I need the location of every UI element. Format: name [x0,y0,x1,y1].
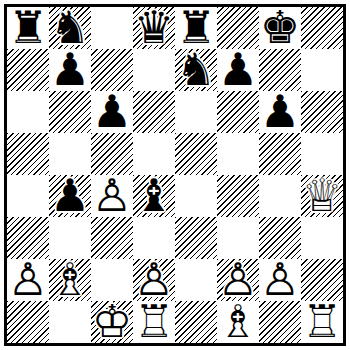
white-pawn-c4[interactable]: ♙ [92,175,132,217]
square-b6[interactable] [49,91,91,133]
white-rook-h1[interactable]: ♖ [302,301,342,343]
square-h3[interactable] [301,217,343,259]
square-c3[interactable] [91,217,133,259]
square-e4[interactable] [175,175,217,217]
black-pawn-c6[interactable]: ♟ [92,91,132,133]
square-c4[interactable]: ♙ [91,175,133,217]
square-h7[interactable] [301,49,343,91]
square-g5[interactable] [259,133,301,175]
white-pawn-g2[interactable]: ♙ [260,259,300,301]
square-d7[interactable] [133,49,175,91]
white-king-c1[interactable]: ♔ [92,301,132,343]
square-e1[interactable] [175,301,217,343]
square-f1[interactable]: ♗ [217,301,259,343]
square-f5[interactable] [217,133,259,175]
black-pawn-f7[interactable]: ♟ [218,49,258,91]
square-e5[interactable] [175,133,217,175]
square-e3[interactable] [175,217,217,259]
square-h8[interactable] [301,7,343,49]
square-d4[interactable]: ♝ [133,175,175,217]
chess-board: ♜♞♛♜♚♟♞♟♟♟♟♙♝♕♙♗♙♙♙♔♖♗♖ [7,7,343,343]
white-bishop-b2[interactable]: ♗ [50,259,90,301]
square-a1[interactable] [7,301,49,343]
square-d8[interactable]: ♛ [133,7,175,49]
square-e7[interactable]: ♞ [175,49,217,91]
white-bishop-f1[interactable]: ♗ [218,301,258,343]
square-b4[interactable]: ♟ [49,175,91,217]
square-h1[interactable]: ♖ [301,301,343,343]
square-g4[interactable] [259,175,301,217]
white-rook-d1[interactable]: ♖ [134,301,174,343]
square-d1[interactable]: ♖ [133,301,175,343]
black-king-g8[interactable]: ♚ [260,7,300,49]
square-f7[interactable]: ♟ [217,49,259,91]
square-a8[interactable]: ♜ [7,7,49,49]
chess-diagram: ♜♞♛♜♚♟♞♟♟♟♟♙♝♕♙♗♙♙♙♔♖♗♖ [4,4,346,346]
square-e6[interactable] [175,91,217,133]
square-b1[interactable] [49,301,91,343]
white-pawn-a2[interactable]: ♙ [8,259,48,301]
square-d6[interactable] [133,91,175,133]
square-g6[interactable]: ♟ [259,91,301,133]
square-g2[interactable]: ♙ [259,259,301,301]
black-knight-e7[interactable]: ♞ [176,49,216,91]
square-c1[interactable]: ♔ [91,301,133,343]
square-a6[interactable] [7,91,49,133]
square-a7[interactable] [7,49,49,91]
square-c8[interactable] [91,7,133,49]
black-pawn-b4[interactable]: ♟ [50,175,90,217]
square-f4[interactable] [217,175,259,217]
black-queen-d8[interactable]: ♛ [134,7,174,49]
square-a5[interactable] [7,133,49,175]
square-a2[interactable]: ♙ [7,259,49,301]
square-c6[interactable]: ♟ [91,91,133,133]
square-e2[interactable] [175,259,217,301]
black-pawn-g6[interactable]: ♟ [260,91,300,133]
black-bishop-d4[interactable]: ♝ [134,175,174,217]
black-rook-a8[interactable]: ♜ [8,7,48,49]
square-a4[interactable] [7,175,49,217]
square-f6[interactable] [217,91,259,133]
black-pawn-b7[interactable]: ♟ [50,49,90,91]
square-g1[interactable] [259,301,301,343]
square-b2[interactable]: ♗ [49,259,91,301]
square-h4[interactable]: ♕ [301,175,343,217]
square-b7[interactable]: ♟ [49,49,91,91]
white-queen-h4[interactable]: ♕ [302,175,342,217]
square-h6[interactable] [301,91,343,133]
square-g8[interactable]: ♚ [259,7,301,49]
